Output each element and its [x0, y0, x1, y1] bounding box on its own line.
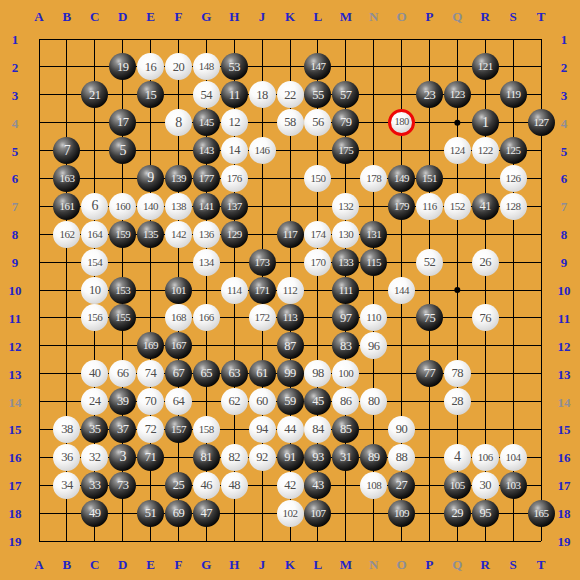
- stone-J5[interactable]: 146: [249, 137, 276, 164]
- stone-R17[interactable]: 30: [472, 472, 499, 499]
- move-number: 25: [173, 479, 185, 492]
- move-number: 86: [340, 395, 352, 408]
- stone-Q17[interactable]: 105: [444, 472, 471, 499]
- stone-F17[interactable]: 25: [165, 472, 192, 499]
- move-number: 177: [199, 173, 214, 184]
- stone-F6[interactable]: 139: [165, 165, 192, 192]
- stone-E16[interactable]: 71: [137, 444, 164, 471]
- move-number: 88: [396, 451, 408, 464]
- coord-label-bottom-M: M: [340, 558, 352, 571]
- move-number: 179: [394, 201, 409, 212]
- stone-F13[interactable]: 67: [165, 360, 192, 387]
- move-number: 62: [228, 395, 240, 408]
- stone-K12[interactable]: 87: [277, 332, 304, 359]
- stone-K18[interactable]: 102: [277, 500, 304, 527]
- stone-M9[interactable]: 133: [332, 249, 359, 276]
- stone-J13[interactable]: 61: [249, 360, 276, 387]
- stone-H14[interactable]: 62: [221, 388, 248, 415]
- coord-label-top-M: M: [340, 10, 352, 23]
- stone-R5[interactable]: 122: [472, 137, 499, 164]
- stone-K10[interactable]: 112: [277, 277, 304, 304]
- move-number: 27: [396, 479, 408, 492]
- stone-O6[interactable]: 149: [388, 165, 415, 192]
- coord-label-top-J: J: [259, 10, 266, 23]
- stone-E18[interactable]: 51: [137, 500, 164, 527]
- move-number: 73: [117, 479, 129, 492]
- move-number: 11: [229, 89, 240, 102]
- coord-label-right-9: 9: [561, 256, 568, 269]
- move-number: 104: [506, 452, 521, 463]
- stone-G13[interactable]: 65: [193, 360, 220, 387]
- coord-label-top-H: H: [229, 10, 239, 23]
- stone-B17[interactable]: 34: [53, 472, 80, 499]
- stone-G15[interactable]: 158: [193, 416, 220, 443]
- coord-label-bottom-E: E: [146, 558, 155, 571]
- coord-label-right-19: 19: [558, 535, 571, 548]
- stone-H17[interactable]: 48: [221, 472, 248, 499]
- move-number: 85: [340, 423, 352, 436]
- stone-C10[interactable]: 10: [81, 277, 108, 304]
- star-point-Q4: [454, 120, 460, 126]
- move-number: 174: [310, 229, 325, 240]
- stone-H6[interactable]: 176: [221, 165, 248, 192]
- move-number: 66: [117, 367, 129, 380]
- move-number: 92: [256, 451, 268, 464]
- coord-label-top-E: E: [146, 10, 155, 23]
- stone-H3[interactable]: 11: [221, 81, 248, 108]
- move-number: 65: [201, 367, 213, 380]
- stone-Q16[interactable]: 4: [444, 444, 471, 471]
- stone-H4[interactable]: 12: [221, 109, 248, 136]
- coord-label-bottom-R: R: [481, 558, 490, 571]
- coord-label-left-11: 11: [9, 311, 21, 324]
- stone-K15[interactable]: 44: [277, 416, 304, 443]
- stone-M16[interactable]: 31: [332, 444, 359, 471]
- move-number: 87: [284, 340, 296, 353]
- stone-T4[interactable]: 127: [528, 109, 555, 136]
- move-number: 111: [339, 285, 353, 296]
- move-number: 159: [115, 229, 130, 240]
- move-number: 31: [340, 451, 352, 464]
- stone-Q5[interactable]: 124: [444, 137, 471, 164]
- stone-G2[interactable]: 148: [193, 53, 220, 80]
- move-number: 84: [312, 423, 324, 436]
- stone-C17[interactable]: 33: [81, 472, 108, 499]
- stone-G9[interactable]: 134: [193, 249, 220, 276]
- stone-N9[interactable]: 115: [360, 249, 387, 276]
- stone-J11[interactable]: 172: [249, 304, 276, 331]
- coord-label-right-4: 4: [561, 116, 568, 129]
- coord-label-left-6: 6: [12, 172, 19, 185]
- stone-L18[interactable]: 107: [304, 500, 331, 527]
- coord-label-bottom-Q: Q: [452, 558, 462, 571]
- stone-J14[interactable]: 60: [249, 388, 276, 415]
- stone-S16[interactable]: 104: [500, 444, 527, 471]
- stone-P7[interactable]: 116: [416, 193, 443, 220]
- move-number: 136: [199, 229, 214, 240]
- stone-F15[interactable]: 157: [165, 416, 192, 443]
- stone-E13[interactable]: 74: [137, 360, 164, 387]
- stone-O7[interactable]: 179: [388, 193, 415, 220]
- move-number: 54: [201, 89, 213, 102]
- move-number: 167: [171, 340, 186, 351]
- stone-E6[interactable]: 9: [137, 165, 164, 192]
- move-number: 30: [479, 479, 491, 492]
- stone-H13[interactable]: 63: [221, 360, 248, 387]
- stone-G5[interactable]: 143: [193, 137, 220, 164]
- stone-S7[interactable]: 128: [500, 193, 527, 220]
- move-number: 79: [340, 116, 352, 129]
- move-number: 12: [228, 116, 240, 129]
- coord-label-bottom-D: D: [118, 558, 127, 571]
- coord-label-left-4: 4: [12, 116, 19, 129]
- stone-D17[interactable]: 73: [109, 472, 136, 499]
- stone-S17[interactable]: 103: [500, 472, 527, 499]
- stone-L9[interactable]: 170: [304, 249, 331, 276]
- move-number: 175: [338, 145, 353, 156]
- stone-F4[interactable]: 8: [165, 109, 192, 136]
- stone-E15[interactable]: 72: [137, 416, 164, 443]
- stone-J15[interactable]: 94: [249, 416, 276, 443]
- stone-O18[interactable]: 109: [388, 500, 415, 527]
- move-number: 46: [201, 479, 213, 492]
- stone-D7[interactable]: 160: [109, 193, 136, 220]
- stone-P6[interactable]: 151: [416, 165, 443, 192]
- coord-label-top-O: O: [396, 10, 406, 23]
- stone-G8[interactable]: 136: [193, 221, 220, 248]
- move-number: 32: [89, 451, 101, 464]
- stone-F12[interactable]: 167: [165, 332, 192, 359]
- move-number: 60: [256, 395, 268, 408]
- move-number: 36: [61, 451, 73, 464]
- move-number: 141: [199, 201, 214, 212]
- stone-H7[interactable]: 137: [221, 193, 248, 220]
- stone-G17[interactable]: 46: [193, 472, 220, 499]
- move-number: 124: [450, 145, 465, 156]
- stone-P13[interactable]: 77: [416, 360, 443, 387]
- stone-F10[interactable]: 101: [165, 277, 192, 304]
- stone-D15[interactable]: 37: [109, 416, 136, 443]
- move-number: 170: [310, 257, 325, 268]
- move-number: 37: [117, 423, 129, 436]
- stone-C16[interactable]: 32: [81, 444, 108, 471]
- move-number: 96: [368, 340, 380, 353]
- stone-O16[interactable]: 88: [388, 444, 415, 471]
- stone-K3[interactable]: 22: [277, 81, 304, 108]
- move-number: 150: [310, 173, 325, 184]
- move-number: 151: [422, 173, 437, 184]
- coord-label-left-1: 1: [12, 33, 19, 46]
- stone-O4-last-move[interactable]: 180: [388, 109, 415, 136]
- stone-E14[interactable]: 70: [137, 388, 164, 415]
- coord-label-right-11: 11: [558, 311, 570, 324]
- move-number: 70: [145, 395, 157, 408]
- move-number: 158: [199, 424, 214, 435]
- move-number: 107: [310, 508, 325, 519]
- coord-label-right-17: 17: [558, 479, 571, 492]
- stone-Q13[interactable]: 78: [444, 360, 471, 387]
- stone-B8[interactable]: 162: [53, 221, 80, 248]
- move-number: 89: [368, 451, 380, 464]
- stone-N16[interactable]: 89: [360, 444, 387, 471]
- stone-K11[interactable]: 113: [277, 304, 304, 331]
- move-number: 35: [89, 423, 101, 436]
- move-number: 105: [450, 480, 465, 491]
- stone-C9[interactable]: 154: [81, 249, 108, 276]
- stone-H5[interactable]: 14: [221, 137, 248, 164]
- move-number: 148: [199, 61, 214, 72]
- stone-N8[interactable]: 131: [360, 221, 387, 248]
- coord-label-bottom-B: B: [63, 558, 72, 571]
- move-number: 20: [173, 61, 185, 74]
- stone-C18[interactable]: 49: [81, 500, 108, 527]
- move-number: 128: [506, 201, 521, 212]
- move-number: 57: [340, 89, 352, 102]
- move-number: 176: [227, 173, 242, 184]
- stone-J16[interactable]: 92: [249, 444, 276, 471]
- move-number: 130: [338, 229, 353, 240]
- coord-label-right-2: 2: [561, 60, 568, 73]
- move-number: 49: [89, 507, 101, 520]
- stone-J3[interactable]: 18: [249, 81, 276, 108]
- move-number: 132: [338, 201, 353, 212]
- stone-D14[interactable]: 39: [109, 388, 136, 415]
- stone-Q14[interactable]: 28: [444, 388, 471, 415]
- move-number: 23: [424, 89, 436, 102]
- move-number: 16: [145, 61, 157, 74]
- stone-M10[interactable]: 111: [332, 277, 359, 304]
- coord-label-bottom-N: N: [369, 558, 378, 571]
- stone-K17[interactable]: 42: [277, 472, 304, 499]
- move-number: 135: [143, 229, 158, 240]
- move-number: 18: [256, 89, 268, 102]
- stone-R16[interactable]: 106: [472, 444, 499, 471]
- move-number: 48: [228, 479, 240, 492]
- move-number: 97: [340, 312, 352, 325]
- move-number: 94: [256, 423, 268, 436]
- move-number: 47: [201, 507, 213, 520]
- coord-label-left-16: 16: [9, 451, 22, 464]
- stone-R11[interactable]: 76: [472, 304, 499, 331]
- stone-S5[interactable]: 125: [500, 137, 527, 164]
- coord-label-left-7: 7: [12, 200, 19, 213]
- move-number: 165: [534, 508, 549, 519]
- coord-label-bottom-C: C: [90, 558, 99, 571]
- stone-K13[interactable]: 99: [277, 360, 304, 387]
- move-number: 34: [61, 479, 73, 492]
- stone-J9[interactable]: 173: [249, 249, 276, 276]
- move-number: 5: [119, 144, 126, 158]
- stone-L17[interactable]: 43: [304, 472, 331, 499]
- move-number: 166: [199, 312, 214, 323]
- stone-E8[interactable]: 135: [137, 221, 164, 248]
- coord-label-left-3: 3: [12, 88, 19, 101]
- move-number: 63: [228, 367, 240, 380]
- stone-S6[interactable]: 126: [500, 165, 527, 192]
- move-number: 80: [368, 395, 380, 408]
- move-number: 113: [283, 312, 298, 323]
- stone-F7[interactable]: 138: [165, 193, 192, 220]
- move-number: 40: [89, 367, 101, 380]
- coord-label-left-12: 12: [9, 339, 22, 352]
- move-number: 110: [366, 312, 381, 323]
- move-number: 29: [452, 507, 464, 520]
- stone-O15[interactable]: 90: [388, 416, 415, 443]
- move-number: 98: [312, 367, 324, 380]
- coord-label-right-1: 1: [561, 33, 568, 46]
- coord-label-top-N: N: [369, 10, 378, 23]
- stone-N17[interactable]: 108: [360, 472, 387, 499]
- move-number: 126: [506, 173, 521, 184]
- move-number: 169: [143, 340, 158, 351]
- stone-R7[interactable]: 41: [472, 193, 499, 220]
- coord-label-right-5: 5: [561, 144, 568, 157]
- stone-R18[interactable]: 95: [472, 500, 499, 527]
- stone-C8[interactable]: 164: [81, 221, 108, 248]
- move-number: 131: [366, 229, 381, 240]
- move-number: 138: [171, 201, 186, 212]
- move-number: 157: [171, 424, 186, 435]
- coord-label-left-18: 18: [9, 507, 22, 520]
- stone-R9[interactable]: 26: [472, 249, 499, 276]
- coord-label-left-2: 2: [12, 60, 19, 73]
- stone-D10[interactable]: 153: [109, 277, 136, 304]
- coord-label-right-15: 15: [558, 423, 571, 436]
- stone-G18[interactable]: 47: [193, 500, 220, 527]
- coord-label-top-R: R: [481, 10, 490, 23]
- coord-label-top-C: C: [90, 10, 99, 23]
- stone-P3[interactable]: 23: [416, 81, 443, 108]
- stone-H10[interactable]: 114: [221, 277, 248, 304]
- move-number: 146: [255, 145, 270, 156]
- stone-N6[interactable]: 178: [360, 165, 387, 192]
- stone-K14[interactable]: 59: [277, 388, 304, 415]
- stone-F14[interactable]: 64: [165, 388, 192, 415]
- stone-D16[interactable]: 3: [109, 444, 136, 471]
- coord-label-right-12: 12: [558, 339, 571, 352]
- move-number: 155: [115, 312, 130, 323]
- stone-M15[interactable]: 85: [332, 416, 359, 443]
- move-number: 6: [92, 199, 99, 213]
- coord-label-right-3: 3: [561, 88, 568, 101]
- move-number: 82: [228, 451, 240, 464]
- stone-H8[interactable]: 129: [221, 221, 248, 248]
- move-number: 125: [506, 145, 521, 156]
- stone-Q3[interactable]: 123: [444, 81, 471, 108]
- coord-label-right-8: 8: [561, 228, 568, 241]
- stone-F18[interactable]: 69: [165, 500, 192, 527]
- stone-M8[interactable]: 130: [332, 221, 359, 248]
- stone-K8[interactable]: 117: [277, 221, 304, 248]
- move-number: 69: [173, 507, 185, 520]
- coord-label-top-F: F: [174, 10, 182, 23]
- move-number: 4: [454, 450, 461, 464]
- stone-B16[interactable]: 36: [53, 444, 80, 471]
- coord-label-right-16: 16: [558, 451, 571, 464]
- move-number: 8: [175, 116, 182, 130]
- move-number: 90: [396, 423, 408, 436]
- stone-G3[interactable]: 54: [193, 81, 220, 108]
- move-number: 103: [506, 480, 521, 491]
- move-number: 75: [424, 312, 436, 325]
- coord-label-left-9: 9: [12, 256, 19, 269]
- move-number: 163: [59, 173, 74, 184]
- coord-label-top-Q: Q: [452, 10, 462, 23]
- move-number: 7: [64, 144, 71, 158]
- stone-O10[interactable]: 144: [388, 277, 415, 304]
- stone-M7[interactable]: 132: [332, 193, 359, 220]
- move-number: 172: [255, 312, 270, 323]
- move-number: 45: [312, 395, 324, 408]
- coord-label-top-L: L: [314, 10, 323, 23]
- stone-G7[interactable]: 141: [193, 193, 220, 220]
- stone-H2[interactable]: 53: [221, 53, 248, 80]
- go-board-screen: AABBCCDDEEFFGGHHJJKKLLMMNNOOPPQQRRSSTT11…: [0, 0, 580, 580]
- stone-K16[interactable]: 91: [277, 444, 304, 471]
- stone-G11[interactable]: 166: [193, 304, 220, 331]
- stone-G6[interactable]: 177: [193, 165, 220, 192]
- move-number: 33: [89, 479, 101, 492]
- stone-O17[interactable]: 27: [388, 472, 415, 499]
- stone-S3[interactable]: 119: [500, 81, 527, 108]
- stone-B7[interactable]: 161: [53, 193, 80, 220]
- stone-J10[interactable]: 171: [249, 277, 276, 304]
- stone-H16[interactable]: 82: [221, 444, 248, 471]
- stone-N14[interactable]: 80: [360, 388, 387, 415]
- stone-Q7[interactable]: 152: [444, 193, 471, 220]
- stone-P9[interactable]: 52: [416, 249, 443, 276]
- move-number: 119: [506, 89, 521, 100]
- stone-G16[interactable]: 81: [193, 444, 220, 471]
- move-number: 168: [171, 312, 186, 323]
- stone-D8[interactable]: 159: [109, 221, 136, 248]
- move-number: 140: [143, 201, 158, 212]
- move-number: 71: [145, 451, 157, 464]
- move-number: 26: [479, 256, 491, 269]
- move-number: 93: [312, 451, 324, 464]
- move-number: 145: [199, 117, 214, 128]
- stone-L8[interactable]: 174: [304, 221, 331, 248]
- coord-label-left-19: 19: [9, 535, 22, 548]
- coord-label-left-17: 17: [9, 479, 22, 492]
- move-number: 83: [340, 340, 352, 353]
- stone-C15[interactable]: 35: [81, 416, 108, 443]
- stone-K4[interactable]: 58: [277, 109, 304, 136]
- move-number: 116: [422, 201, 437, 212]
- move-number: 76: [479, 312, 491, 325]
- move-number: 52: [424, 256, 436, 269]
- move-number: 44: [284, 423, 296, 436]
- stone-E7[interactable]: 140: [137, 193, 164, 220]
- move-number: 17: [117, 116, 129, 129]
- stone-T18[interactable]: 165: [528, 500, 555, 527]
- move-number: 38: [61, 423, 73, 436]
- stone-R4[interactable]: 1: [472, 109, 499, 136]
- stone-Q18[interactable]: 29: [444, 500, 471, 527]
- stone-F8[interactable]: 142: [165, 221, 192, 248]
- move-number: 58: [284, 116, 296, 129]
- stone-L16[interactable]: 93: [304, 444, 331, 471]
- stone-R2[interactable]: 121: [472, 53, 499, 80]
- stone-G4[interactable]: 145: [193, 109, 220, 136]
- stone-D5[interactable]: 5: [109, 137, 136, 164]
- coord-label-top-S: S: [509, 10, 516, 23]
- coord-label-left-8: 8: [12, 228, 19, 241]
- stone-C7[interactable]: 6: [81, 193, 108, 220]
- coord-label-left-15: 15: [9, 423, 22, 436]
- move-number: 129: [227, 229, 242, 240]
- move-number: 178: [366, 173, 381, 184]
